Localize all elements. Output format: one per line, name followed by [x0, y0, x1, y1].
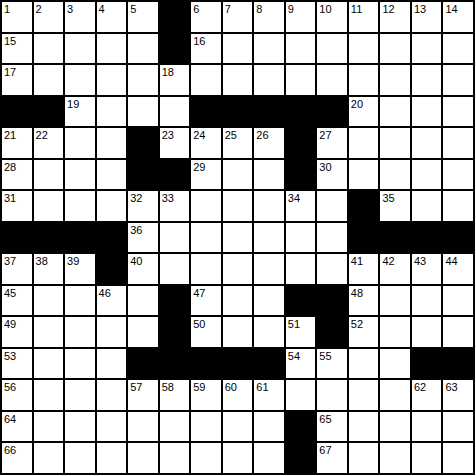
clue-number-20: 20: [351, 98, 363, 110]
cell-r11c9[interactable]: [254, 317, 284, 347]
cell-r9c3[interactable]: 39: [65, 254, 95, 284]
cell-r11c7[interactable]: 50: [191, 317, 221, 347]
cell-r3c10[interactable]: [286, 65, 316, 95]
cell-r10c5[interactable]: [128, 286, 158, 316]
cell-r5c13[interactable]: [380, 128, 410, 158]
clue-number-31: 31: [4, 192, 16, 204]
clue-number-15: 15: [4, 35, 16, 47]
cell-r1c9[interactable]: 8: [254, 2, 284, 32]
cell-r12c13[interactable]: [380, 349, 410, 379]
cell-r13c7[interactable]: 59: [191, 380, 221, 410]
cell-r1c2[interactable]: 2: [34, 2, 64, 32]
cell-r14c3[interactable]: [65, 412, 95, 442]
black-square-r10c6: [160, 286, 190, 316]
clue-number-39: 39: [67, 255, 79, 267]
cell-r9c15[interactable]: 44: [443, 254, 473, 284]
cell-r11c13[interactable]: [380, 317, 410, 347]
clue-number-58: 58: [162, 381, 174, 393]
cell-r2c3[interactable]: [65, 34, 95, 64]
cell-r14c1[interactable]: 64: [2, 412, 32, 442]
black-square-r8c4: [97, 223, 127, 253]
cell-r14c14[interactable]: [412, 412, 442, 442]
cell-r1c11[interactable]: 10: [317, 2, 347, 32]
cell-r7c4[interactable]: [97, 191, 127, 221]
black-square-r4c10: [286, 97, 316, 127]
clue-number-51: 51: [288, 318, 300, 330]
black-square-r4c7: [191, 97, 221, 127]
clue-number-7: 7: [225, 3, 231, 15]
black-square-r9c4: [97, 254, 127, 284]
cell-r15c6[interactable]: [160, 443, 190, 473]
cell-r1c3[interactable]: 3: [65, 2, 95, 32]
cell-r4c12[interactable]: 20: [349, 97, 379, 127]
cell-r13c3[interactable]: [65, 380, 95, 410]
cell-r15c8[interactable]: [223, 443, 253, 473]
black-square-r6c5: [128, 160, 158, 190]
black-square-r12c14: [412, 349, 442, 379]
clue-number-40: 40: [130, 255, 142, 267]
cell-r7c11[interactable]: [317, 191, 347, 221]
black-square-r4c8: [223, 97, 253, 127]
cell-r12c2[interactable]: [34, 349, 64, 379]
clue-number-43: 43: [414, 255, 426, 267]
cell-r15c9[interactable]: [254, 443, 284, 473]
cell-r7c7[interactable]: [191, 191, 221, 221]
cell-r5c15[interactable]: [443, 128, 473, 158]
cell-r9c2[interactable]: 38: [34, 254, 64, 284]
cell-r5c3[interactable]: [65, 128, 95, 158]
black-square-r4c2: [34, 97, 64, 127]
clue-number-10: 10: [319, 3, 331, 15]
cell-r6c7[interactable]: 29: [191, 160, 221, 190]
cell-r5c2[interactable]: 22: [34, 128, 64, 158]
cell-r11c8[interactable]: [223, 317, 253, 347]
clue-number-27: 27: [319, 129, 331, 141]
cell-r9c7[interactable]: [191, 254, 221, 284]
cell-r15c7[interactable]: [191, 443, 221, 473]
clue-number-34: 34: [288, 192, 300, 204]
cell-r5c4[interactable]: [97, 128, 127, 158]
clue-number-22: 22: [36, 129, 48, 141]
black-square-r8c14: [412, 223, 442, 253]
cell-r9c1[interactable]: 37: [2, 254, 32, 284]
cell-r13c11[interactable]: [317, 380, 347, 410]
cell-r14c13[interactable]: [380, 412, 410, 442]
clue-number-16: 16: [193, 35, 205, 47]
clue-number-4: 4: [99, 3, 105, 15]
clue-number-30: 30: [319, 161, 331, 173]
cell-r4c6[interactable]: [160, 97, 190, 127]
cell-r3c8[interactable]: [223, 65, 253, 95]
black-square-r4c1: [2, 97, 32, 127]
cell-r8c9[interactable]: [254, 223, 284, 253]
cell-r15c2[interactable]: [34, 443, 64, 473]
clue-number-56: 56: [4, 381, 16, 393]
cell-r2c11[interactable]: [317, 34, 347, 64]
black-square-r12c7: [191, 349, 221, 379]
cell-r11c5[interactable]: [128, 317, 158, 347]
cell-r8c6[interactable]: [160, 223, 190, 253]
clue-number-25: 25: [225, 129, 237, 141]
clue-number-62: 62: [414, 381, 426, 393]
clue-number-3: 3: [67, 3, 73, 15]
black-square-r8c1: [2, 223, 32, 253]
cell-r7c14[interactable]: [412, 191, 442, 221]
cell-r3c11[interactable]: [317, 65, 347, 95]
cell-r14c4[interactable]: [97, 412, 127, 442]
cell-r3c3[interactable]: [65, 65, 95, 95]
cell-r10c13[interactable]: [380, 286, 410, 316]
clue-number-6: 6: [193, 3, 199, 15]
cell-r6c8[interactable]: [223, 160, 253, 190]
black-square-r12c9: [254, 349, 284, 379]
cell-r8c11[interactable]: [317, 223, 347, 253]
cell-r1c8[interactable]: 7: [223, 2, 253, 32]
cell-r1c13[interactable]: 12: [380, 2, 410, 32]
clue-number-29: 29: [193, 161, 205, 173]
clue-number-65: 65: [319, 413, 331, 425]
black-square-r6c6: [160, 160, 190, 190]
cell-r15c5[interactable]: [128, 443, 158, 473]
cell-r1c15[interactable]: 14: [443, 2, 473, 32]
clue-number-36: 36: [130, 224, 142, 236]
clue-number-53: 53: [4, 350, 16, 362]
clue-number-24: 24: [193, 129, 205, 141]
cell-r14c12[interactable]: [349, 412, 379, 442]
cell-r10c8[interactable]: [223, 286, 253, 316]
black-square-r1c6: [160, 2, 190, 32]
clue-number-23: 23: [162, 129, 174, 141]
clue-number-14: 14: [445, 3, 457, 15]
cell-r7c5[interactable]: 32: [128, 191, 158, 221]
cell-r2c7[interactable]: 16: [191, 34, 221, 64]
black-square-r8c12: [349, 223, 379, 253]
black-square-r8c3: [65, 223, 95, 253]
cell-r10c14[interactable]: [412, 286, 442, 316]
cell-r12c10[interactable]: 54: [286, 349, 316, 379]
cell-r13c9[interactable]: 61: [254, 380, 284, 410]
cell-r2c10[interactable]: [286, 34, 316, 64]
cell-r13c4[interactable]: [97, 380, 127, 410]
cell-r12c1[interactable]: 53: [2, 349, 32, 379]
cell-r13c8[interactable]: 60: [223, 380, 253, 410]
cell-r10c4[interactable]: 46: [97, 286, 127, 316]
cell-r11c2[interactable]: [34, 317, 64, 347]
clue-number-59: 59: [193, 381, 205, 393]
cell-r13c12[interactable]: [349, 380, 379, 410]
cell-r6c12[interactable]: [349, 160, 379, 190]
cell-r3c7[interactable]: [191, 65, 221, 95]
crossword-grid: 1234567891011121314151617181920212223242…: [0, 0, 475, 475]
clue-number-47: 47: [193, 287, 205, 299]
cell-r12c4[interactable]: [97, 349, 127, 379]
cell-r6c9[interactable]: [254, 160, 284, 190]
clue-number-50: 50: [193, 318, 205, 330]
cell-r9c9[interactable]: [254, 254, 284, 284]
black-square-r11c6: [160, 317, 190, 347]
cell-r2c8[interactable]: [223, 34, 253, 64]
clue-number-37: 37: [4, 255, 16, 267]
cell-r11c4[interactable]: [97, 317, 127, 347]
clue-number-67: 67: [319, 444, 331, 456]
cell-r10c7[interactable]: 47: [191, 286, 221, 316]
cell-r10c15[interactable]: [443, 286, 473, 316]
cell-r1c7[interactable]: 6: [191, 2, 221, 32]
cell-r15c4[interactable]: [97, 443, 127, 473]
clue-number-26: 26: [256, 129, 268, 141]
cell-r5c1[interactable]: 21: [2, 128, 32, 158]
clue-number-38: 38: [36, 255, 48, 267]
cell-r2c5[interactable]: [128, 34, 158, 64]
cell-r11c10[interactable]: 51: [286, 317, 316, 347]
black-square-r4c11: [317, 97, 347, 127]
cell-r5c9[interactable]: 26: [254, 128, 284, 158]
black-square-r12c8: [223, 349, 253, 379]
clue-number-64: 64: [4, 413, 16, 425]
cell-r15c12[interactable]: [349, 443, 379, 473]
cell-r7c13[interactable]: 35: [380, 191, 410, 221]
cell-r7c6[interactable]: 33: [160, 191, 190, 221]
clue-number-54: 54: [288, 350, 300, 362]
cell-r4c15[interactable]: [443, 97, 473, 127]
cell-r1c10[interactable]: 9: [286, 2, 316, 32]
cell-r11c15[interactable]: [443, 317, 473, 347]
cell-r14c5[interactable]: [128, 412, 158, 442]
clue-number-28: 28: [4, 161, 16, 173]
cell-r2c9[interactable]: [254, 34, 284, 64]
black-square-r5c5: [128, 128, 158, 158]
black-square-r12c5: [128, 349, 158, 379]
cell-r8c7[interactable]: [191, 223, 221, 253]
cell-r6c3[interactable]: [65, 160, 95, 190]
clue-number-19: 19: [67, 98, 79, 110]
cell-r5c12[interactable]: [349, 128, 379, 158]
clue-number-55: 55: [319, 350, 331, 362]
black-square-r8c2: [34, 223, 64, 253]
black-square-r4c9: [254, 97, 284, 127]
cell-r4c13[interactable]: [380, 97, 410, 127]
cell-r13c6[interactable]: 58: [160, 380, 190, 410]
cell-r8c8[interactable]: [223, 223, 253, 253]
cell-r3c15[interactable]: [443, 65, 473, 95]
black-square-r6c10: [286, 160, 316, 190]
cell-r14c15[interactable]: [443, 412, 473, 442]
cell-r5c11[interactable]: 27: [317, 128, 347, 158]
cell-r8c5[interactable]: 36: [128, 223, 158, 253]
cell-r13c2[interactable]: [34, 380, 64, 410]
cell-r9c6[interactable]: [160, 254, 190, 284]
cell-r2c13[interactable]: [380, 34, 410, 64]
cell-r6c15[interactable]: [443, 160, 473, 190]
cell-r3c6[interactable]: 18: [160, 65, 190, 95]
cell-r4c3[interactable]: 19: [65, 97, 95, 127]
cell-r7c8[interactable]: [223, 191, 253, 221]
cell-r10c3[interactable]: [65, 286, 95, 316]
cell-r6c2[interactable]: [34, 160, 64, 190]
cell-r3c14[interactable]: [412, 65, 442, 95]
clue-number-57: 57: [130, 381, 142, 393]
cell-r1c4[interactable]: 4: [97, 2, 127, 32]
cell-r14c8[interactable]: [223, 412, 253, 442]
cell-r3c5[interactable]: [128, 65, 158, 95]
cell-r7c9[interactable]: [254, 191, 284, 221]
cell-r15c14[interactable]: [412, 443, 442, 473]
cell-r3c9[interactable]: [254, 65, 284, 95]
cell-r10c2[interactable]: [34, 286, 64, 316]
cell-r13c13[interactable]: [380, 380, 410, 410]
cell-r6c1[interactable]: 28: [2, 160, 32, 190]
black-square-r10c11: [317, 286, 347, 316]
cell-r11c14[interactable]: [412, 317, 442, 347]
clue-number-61: 61: [256, 381, 268, 393]
cell-r2c1[interactable]: 15: [2, 34, 32, 64]
cell-r5c8[interactable]: 25: [223, 128, 253, 158]
cell-r7c2[interactable]: [34, 191, 64, 221]
cell-r9c14[interactable]: 43: [412, 254, 442, 284]
clue-number-41: 41: [351, 255, 363, 267]
cell-r10c12[interactable]: 48: [349, 286, 379, 316]
cell-r1c1[interactable]: 1: [2, 2, 32, 32]
clue-number-21: 21: [4, 129, 16, 141]
cell-r13c5[interactable]: 57: [128, 380, 158, 410]
cell-r14c6[interactable]: [160, 412, 190, 442]
clue-number-18: 18: [162, 66, 174, 78]
cell-r14c2[interactable]: [34, 412, 64, 442]
cell-r2c2[interactable]: [34, 34, 64, 64]
cell-r15c11[interactable]: 67: [317, 443, 347, 473]
cell-r1c12[interactable]: 11: [349, 2, 379, 32]
cell-r6c13[interactable]: [380, 160, 410, 190]
cell-r14c9[interactable]: [254, 412, 284, 442]
cell-r1c14[interactable]: 13: [412, 2, 442, 32]
clue-number-35: 35: [382, 192, 394, 204]
cell-r4c14[interactable]: [412, 97, 442, 127]
clue-number-63: 63: [445, 381, 457, 393]
cell-r15c3[interactable]: [65, 443, 95, 473]
clue-number-49: 49: [4, 318, 16, 330]
black-square-r8c13: [380, 223, 410, 253]
cell-r8c10[interactable]: [286, 223, 316, 253]
clue-number-48: 48: [351, 287, 363, 299]
cell-r1c5[interactable]: 5: [128, 2, 158, 32]
clue-number-42: 42: [382, 255, 394, 267]
clue-number-60: 60: [225, 381, 237, 393]
cell-r3c12[interactable]: [349, 65, 379, 95]
cell-r5c6[interactable]: 23: [160, 128, 190, 158]
cell-r6c11[interactable]: 30: [317, 160, 347, 190]
black-square-r7c12: [349, 191, 379, 221]
cell-r13c14[interactable]: 62: [412, 380, 442, 410]
cell-r12c12[interactable]: [349, 349, 379, 379]
cell-r3c1[interactable]: 17: [2, 65, 32, 95]
clue-number-45: 45: [4, 287, 16, 299]
cell-r7c10[interactable]: 34: [286, 191, 316, 221]
cell-r2c4[interactable]: [97, 34, 127, 64]
cell-r2c12[interactable]: [349, 34, 379, 64]
cell-r11c1[interactable]: 49: [2, 317, 32, 347]
clue-number-5: 5: [130, 3, 136, 15]
cell-r15c13[interactable]: [380, 443, 410, 473]
cell-r2c15[interactable]: [443, 34, 473, 64]
clue-number-11: 11: [351, 3, 362, 15]
cell-r14c11[interactable]: 65: [317, 412, 347, 442]
black-square-r12c6: [160, 349, 190, 379]
black-square-r10c10: [286, 286, 316, 316]
clue-number-66: 66: [4, 444, 16, 456]
cell-r4c5[interactable]: [128, 97, 158, 127]
black-square-r14c10: [286, 412, 316, 442]
cell-r9c12[interactable]: 41: [349, 254, 379, 284]
cell-r14c7[interactable]: [191, 412, 221, 442]
cell-r7c15[interactable]: [443, 191, 473, 221]
clue-number-32: 32: [130, 192, 142, 204]
cell-r15c15[interactable]: [443, 443, 473, 473]
cell-r10c9[interactable]: [254, 286, 284, 316]
cell-r9c11[interactable]: [317, 254, 347, 284]
cell-r13c1[interactable]: 56: [2, 380, 32, 410]
cell-r13c10[interactable]: [286, 380, 316, 410]
cell-r6c4[interactable]: [97, 160, 127, 190]
clue-number-17: 17: [4, 66, 16, 78]
black-square-r15c10: [286, 443, 316, 473]
cell-r9c13[interactable]: 42: [380, 254, 410, 284]
cell-r3c13[interactable]: [380, 65, 410, 95]
cell-r9c8[interactable]: [223, 254, 253, 284]
cell-r11c3[interactable]: [65, 317, 95, 347]
clue-number-44: 44: [445, 255, 457, 267]
cell-r3c4[interactable]: [97, 65, 127, 95]
cell-r4c4[interactable]: [97, 97, 127, 127]
black-square-r5c10: [286, 128, 316, 158]
black-square-r2c6: [160, 34, 190, 64]
cell-r15c1[interactable]: 66: [2, 443, 32, 473]
clue-number-1: 1: [4, 3, 10, 15]
clue-number-33: 33: [162, 192, 174, 204]
cell-r11c12[interactable]: 52: [349, 317, 379, 347]
cell-r7c3[interactable]: [65, 191, 95, 221]
black-square-r12c15: [443, 349, 473, 379]
cell-r12c3[interactable]: [65, 349, 95, 379]
cell-r9c10[interactable]: [286, 254, 316, 284]
cell-r5c7[interactable]: 24: [191, 128, 221, 158]
cell-r10c1[interactable]: 45: [2, 286, 32, 316]
cell-r9c5[interactable]: 40: [128, 254, 158, 284]
cell-r7c1[interactable]: 31: [2, 191, 32, 221]
clue-number-13: 13: [414, 3, 426, 15]
black-square-r11c11: [317, 317, 347, 347]
clue-number-12: 12: [382, 3, 394, 15]
cell-r3c2[interactable]: [34, 65, 64, 95]
cell-r6c14[interactable]: [412, 160, 442, 190]
cell-r2c14[interactable]: [412, 34, 442, 64]
clue-number-46: 46: [99, 287, 111, 299]
black-square-r8c15: [443, 223, 473, 253]
clue-number-8: 8: [256, 3, 262, 15]
clue-number-52: 52: [351, 318, 363, 330]
cell-r12c11[interactable]: 55: [317, 349, 347, 379]
cell-r5c14[interactable]: [412, 128, 442, 158]
clue-number-9: 9: [288, 3, 294, 15]
cell-r13c15[interactable]: 63: [443, 380, 473, 410]
clue-number-2: 2: [36, 3, 42, 15]
